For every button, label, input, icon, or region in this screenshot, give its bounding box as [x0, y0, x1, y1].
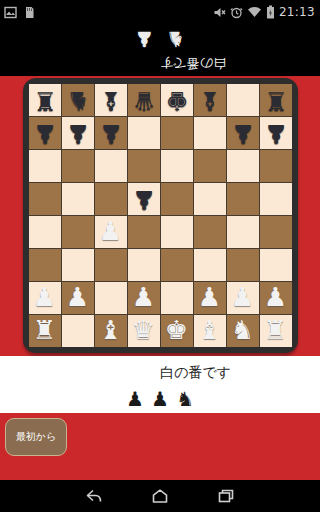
square-c8[interactable]: ♝: [95, 84, 127, 116]
square-a3[interactable]: [29, 249, 61, 281]
square-d6[interactable]: [128, 150, 160, 182]
square-d8[interactable]: ♛: [128, 84, 160, 116]
white-pawn: ♟: [62, 282, 94, 314]
square-b6[interactable]: [62, 150, 94, 182]
square-g4[interactable]: [227, 216, 259, 248]
white-rook: ♜: [29, 315, 61, 347]
status-bar: 21:13: [0, 0, 320, 24]
black-bishop: ♝: [95, 84, 127, 116]
white-pawn: ♟: [95, 216, 127, 248]
square-a7[interactable]: ♟: [29, 117, 61, 149]
captured-white-pawn: ♟: [135, 28, 154, 49]
square-c3[interactable]: [95, 249, 127, 281]
app-screen: 21:13 ♟♞ 白の番です ♜♞♝♛♚♝♜♟♟♟♟♟♟♟♟♟♟♟♟♟♜♝♛♚♝…: [0, 0, 320, 512]
white-bishop: ♝: [194, 315, 226, 347]
alarm-icon: [230, 6, 243, 19]
square-b1[interactable]: [62, 315, 94, 347]
square-h8[interactable]: ♜: [260, 84, 292, 116]
white-pawn: ♟: [29, 282, 61, 314]
square-c6[interactable]: [95, 150, 127, 182]
white-bishop: ♝: [95, 315, 127, 347]
white-rook: ♜: [260, 315, 292, 347]
black-pawn: ♟: [227, 117, 259, 149]
square-h7[interactable]: ♟: [260, 117, 292, 149]
white-knight: ♞: [227, 315, 259, 347]
battery-icon: [266, 5, 275, 19]
black-queen: ♛: [128, 84, 160, 116]
square-h3[interactable]: [260, 249, 292, 281]
square-e3[interactable]: [161, 249, 193, 281]
square-d5[interactable]: ♟: [128, 183, 160, 215]
chess-board: ♜♞♝♛♚♝♜♟♟♟♟♟♟♟♟♟♟♟♟♟♜♝♛♚♝♞♜: [29, 84, 292, 347]
square-f6[interactable]: [194, 150, 226, 182]
navigation-bar: [0, 480, 320, 512]
status-left-icons: [0, 6, 35, 19]
square-e4[interactable]: [161, 216, 193, 248]
player-turn-text: 白の番です: [160, 364, 231, 382]
square-f4[interactable]: [194, 216, 226, 248]
white-pawn: ♟: [227, 282, 259, 314]
status-right-icons: 21:13: [213, 5, 320, 19]
opponent-panel: ♟♞ 白の番です: [0, 24, 320, 76]
captured-black-pawn: ♟: [126, 389, 144, 409]
wifi-icon: [247, 6, 262, 18]
square-f5[interactable]: [194, 183, 226, 215]
square-b5[interactable]: [62, 183, 94, 215]
square-e5[interactable]: [161, 183, 193, 215]
mute-icon: [213, 6, 226, 19]
black-pawn: ♟: [260, 117, 292, 149]
square-b4[interactable]: [62, 216, 94, 248]
back-icon[interactable]: [84, 486, 104, 506]
square-e1[interactable]: ♚: [161, 315, 193, 347]
square-a1[interactable]: ♜: [29, 315, 61, 347]
square-c7[interactable]: ♟: [95, 117, 127, 149]
square-f1[interactable]: ♝: [194, 315, 226, 347]
square-d2[interactable]: ♟: [128, 282, 160, 314]
black-rook: ♜: [260, 84, 292, 116]
white-queen: ♛: [128, 315, 160, 347]
black-pawn: ♟: [29, 117, 61, 149]
square-a2[interactable]: ♟: [29, 282, 61, 314]
square-a6[interactable]: [29, 150, 61, 182]
screenshot-notification-icon: [4, 6, 17, 19]
square-e8[interactable]: ♚: [161, 84, 193, 116]
square-h2[interactable]: ♟: [260, 282, 292, 314]
square-d4[interactable]: [128, 216, 160, 248]
recents-icon[interactable]: [216, 486, 236, 506]
square-e2[interactable]: [161, 282, 193, 314]
square-g7[interactable]: ♟: [227, 117, 259, 149]
square-b3[interactable]: [62, 249, 94, 281]
clock-text: 21:13: [279, 5, 315, 19]
captured-black-knight: ♞: [176, 389, 194, 409]
black-rook: ♜: [29, 84, 61, 116]
home-icon[interactable]: [150, 486, 170, 506]
action-section: 最初から: [0, 413, 320, 480]
square-c2[interactable]: [95, 282, 127, 314]
board-section: ♜♞♝♛♚♝♜♟♟♟♟♟♟♟♟♟♟♟♟♟♜♝♛♚♝♞♜: [0, 76, 320, 356]
white-pawn: ♟: [260, 282, 292, 314]
sd-card-icon: [24, 6, 35, 19]
captured-white-knight: ♞: [166, 28, 185, 49]
opponent-turn-text: 白の番です: [160, 53, 226, 73]
square-e6[interactable]: [161, 150, 193, 182]
black-pawn: ♟: [128, 183, 160, 215]
black-king: ♚: [161, 84, 193, 116]
opponent-turn-row: 白の番です: [0, 52, 320, 74]
white-king: ♚: [161, 315, 193, 347]
captured-white-tray: ♟♞: [0, 24, 320, 52]
square-f2[interactable]: ♟: [194, 282, 226, 314]
square-b7[interactable]: ♟: [62, 117, 94, 149]
square-d3[interactable]: [128, 249, 160, 281]
square-d7[interactable]: [128, 117, 160, 149]
captured-black-tray: ♟♟♞: [0, 387, 320, 411]
square-b8[interactable]: ♞: [62, 84, 94, 116]
square-h1[interactable]: ♜: [260, 315, 292, 347]
square-h6[interactable]: [260, 150, 292, 182]
white-pawn: ♟: [128, 282, 160, 314]
white-pawn: ♟: [194, 282, 226, 314]
square-c4[interactable]: ♟: [95, 216, 127, 248]
player-turn-row: 白の番です: [0, 356, 320, 387]
square-b2[interactable]: ♟: [62, 282, 94, 314]
square-h4[interactable]: [260, 216, 292, 248]
square-g5[interactable]: [227, 183, 259, 215]
captured-black-pawn: ♟: [151, 389, 169, 409]
square-a8[interactable]: ♜: [29, 84, 61, 116]
black-knight: ♞: [62, 84, 94, 116]
black-bishop: ♝: [194, 84, 226, 116]
black-pawn: ♟: [95, 117, 127, 149]
square-g6[interactable]: [227, 150, 259, 182]
square-g3[interactable]: [227, 249, 259, 281]
square-c1[interactable]: ♝: [95, 315, 127, 347]
square-g8[interactable]: [227, 84, 259, 116]
square-g1[interactable]: ♞: [227, 315, 259, 347]
player-panel: 白の番です ♟♟♞: [0, 356, 320, 413]
square-h5[interactable]: [260, 183, 292, 215]
square-e7[interactable]: [161, 117, 193, 149]
square-d1[interactable]: ♛: [128, 315, 160, 347]
square-g2[interactable]: ♟: [227, 282, 259, 314]
black-pawn: ♟: [62, 117, 94, 149]
square-f8[interactable]: ♝: [194, 84, 226, 116]
square-c5[interactable]: [95, 183, 127, 215]
restart-button[interactable]: 最初から: [5, 418, 67, 456]
square-f3[interactable]: [194, 249, 226, 281]
square-f7[interactable]: [194, 117, 226, 149]
square-a4[interactable]: [29, 216, 61, 248]
square-a5[interactable]: [29, 183, 61, 215]
board-frame: ♜♞♝♛♚♝♜♟♟♟♟♟♟♟♟♟♟♟♟♟♜♝♛♚♝♞♜: [23, 78, 298, 353]
